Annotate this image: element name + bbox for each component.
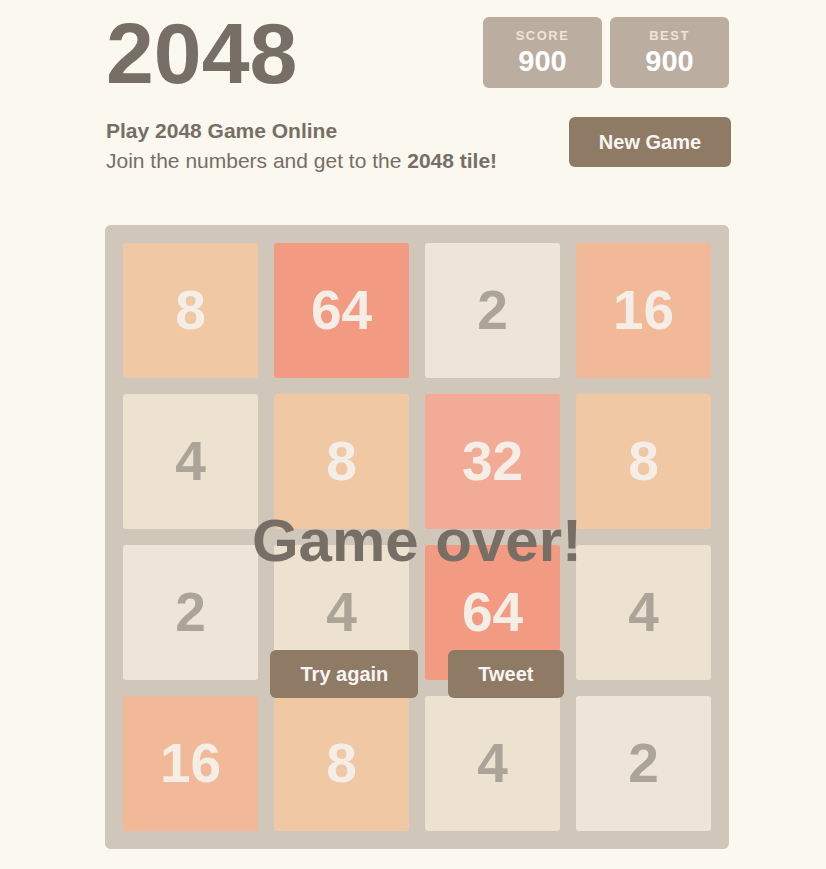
best-box: BEST 900: [610, 17, 729, 88]
best-label: BEST: [649, 29, 690, 42]
game-board[interactable]: 864216483282464416842 Game over! Try aga…: [105, 225, 729, 849]
game-over-text: Game over!: [105, 508, 729, 574]
score-value: 900: [518, 47, 566, 76]
game-over-message: Game over! Try again Tweet: [105, 225, 729, 849]
score-label: SCORE: [516, 29, 570, 42]
intro-text: Play 2048 Game Online Join the numbers a…: [106, 116, 497, 176]
intro-line1: Play 2048 Game Online: [106, 116, 497, 146]
best-value: 900: [645, 47, 693, 76]
score-box: SCORE 900: [483, 17, 602, 88]
intro-line2: Join the numbers and get to the 2048 til…: [106, 146, 497, 176]
page-title: 2048: [106, 10, 297, 96]
try-again-button[interactable]: Try again: [270, 650, 418, 698]
intro-line2-goal: 2048 tile!: [407, 149, 497, 172]
page: 2048 SCORE 900 BEST 900 Play 2048 Game O…: [0, 0, 826, 869]
new-game-button[interactable]: New Game: [569, 117, 731, 167]
game-over-buttons: Try again Tweet: [105, 650, 729, 698]
tweet-button[interactable]: Tweet: [448, 650, 563, 698]
score-panel: SCORE 900 BEST 900: [483, 17, 729, 88]
intro-line2-prefix: Join the numbers and get to the: [106, 149, 407, 172]
